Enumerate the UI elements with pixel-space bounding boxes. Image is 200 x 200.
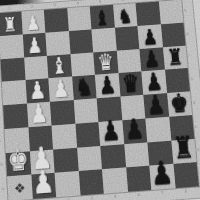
square-d2[interactable]: ♟ [26,102,51,127]
square-b4[interactable] [77,146,102,172]
black-p-c6[interactable]: ♟ [124,115,145,144]
black-r-f8[interactable]: ♜ [166,46,184,70]
board-grid: ♜♟♝♞♟♟♝♛♟♜♟♟♞♟♛♟♟♟♚♟♟♚♟♜❖♟♟ [0,0,199,200]
square-h7[interactable] [135,2,160,26]
chessboard: ◉ US CHESS ♜♟♝♞♟♟♝♛♟♜♟♟♞♟♛♟♟♟♚♟♟♚♟♜❖♟♟ 1… [0,0,200,200]
square-h8[interactable] [158,0,183,24]
black-n-e4[interactable]: ♞ [75,74,94,99]
coord-label-bottom-4: 4 [90,197,93,200]
coord-label-top-4: 4 [76,2,79,6]
square-c4[interactable] [75,122,100,147]
square-h6[interactable]: ♞ [113,3,138,27]
coord-label-right-b: b [197,148,200,152]
coord-label-bottom-5: 5 [114,195,117,199]
square-b6[interactable] [124,142,150,168]
square-f8[interactable]: ♜ [162,45,187,70]
square-a5[interactable] [102,168,128,194]
square-h5[interactable]: ♝ [90,5,115,29]
square-a2[interactable]: ♟ [31,173,56,199]
square-f1[interactable] [0,57,25,82]
coord-label-right-f: f [188,54,190,58]
square-a3[interactable] [55,171,80,197]
coord-label-left-c: c [0,139,1,143]
coord-label-top-6: 6 [121,0,124,2]
square-a7[interactable]: ♟ [149,164,175,190]
coord-label-top-3: 3 [53,3,56,7]
square-a6[interactable] [126,166,152,192]
square-d4[interactable] [73,98,98,123]
chessboard-wrap: ◉ US CHESS ♜♟♝♞♟♟♝♛♟♜♟♟♞♟♛♟♟♟♚♟♟♚♟♜❖♟♟ 1… [0,0,200,200]
white-p-d2[interactable]: ♟ [29,100,49,127]
black-r-b8[interactable]: ♜ [172,132,195,164]
square-c5[interactable]: ♟ [98,120,123,145]
coord-label-bottom-6: 6 [137,193,140,197]
square-a8[interactable] [173,162,199,188]
black-p-e5[interactable]: ♟ [98,73,117,98]
square-b3[interactable] [53,147,78,173]
square-e6[interactable]: ♛ [118,72,143,97]
coord-label-right-g: g [186,32,189,36]
coord-label-top-7: 7 [144,0,147,1]
black-k-d8[interactable]: ♚ [169,89,189,116]
coord-label-right-h: h [184,9,187,13]
square-b5[interactable] [100,144,125,170]
white-p-h2[interactable]: ♟ [26,13,41,34]
square-d1[interactable] [3,104,28,129]
coord-label-bottom-8: 8 [184,189,187,193]
square-c7[interactable] [145,117,171,142]
square-c6[interactable]: ♟ [122,118,147,143]
square-a4[interactable] [78,169,104,195]
coord-label-left-a: a [2,187,5,191]
square-h3[interactable] [44,8,69,32]
square-h2[interactable]: ♟ [21,10,45,34]
white-p-a2[interactable]: ♟ [31,166,55,199]
black-n-h6[interactable]: ♞ [117,6,133,27]
square-g6[interactable] [114,26,139,51]
square-h1[interactable]: ♜ [0,12,22,36]
corner-compass-ornament: ❖ [7,175,32,200]
square-d3[interactable] [50,100,75,125]
coord-label-left-b: b [0,163,3,167]
square-a1[interactable]: ❖ [7,175,32,200]
square-e1[interactable] [2,80,27,105]
square-e5[interactable]: ♟ [95,73,120,98]
square-e4[interactable]: ♞ [72,75,97,100]
white-p-e3[interactable]: ♟ [51,76,70,101]
square-g2[interactable]: ♟ [22,33,47,58]
white-p-g2[interactable]: ♟ [26,34,42,56]
white-r-h1[interactable]: ♜ [3,15,18,36]
square-b8[interactable]: ♜ [171,138,197,164]
black-p-d7[interactable]: ♟ [146,91,166,118]
white-k-b1[interactable]: ♚ [7,145,30,177]
black-b-h5[interactable]: ♝ [94,8,110,29]
coord-label-top-2: 2 [31,5,34,9]
square-h4[interactable] [67,7,92,31]
photo-scene: ◉ US CHESS ♜♟♝♞♟♟♝♛♟♜♟♟♞♟♛♟♟♟♚♟♟♚♟♜❖♟♟ 1… [0,0,200,200]
black-p-a7[interactable]: ♟ [150,157,174,190]
square-b1[interactable]: ♚ [6,151,31,177]
coord-label-bottom-3: 3 [67,198,70,200]
black-q-e6[interactable]: ♛ [121,71,140,96]
square-e3[interactable]: ♟ [48,77,73,102]
square-c3[interactable] [51,124,76,150]
square-d7[interactable]: ♟ [143,93,168,118]
square-d8[interactable]: ♚ [167,91,193,116]
coord-label-right-d: d [193,101,196,105]
square-g4[interactable] [68,29,93,54]
square-g1[interactable] [0,34,24,59]
coord-label-right-c: c [195,124,198,128]
coord-label-top-5: 5 [99,0,102,4]
coord-label-right-e: e [191,77,194,81]
coord-label-top-1: 1 [8,7,11,11]
black-p-c5[interactable]: ♟ [100,117,121,146]
